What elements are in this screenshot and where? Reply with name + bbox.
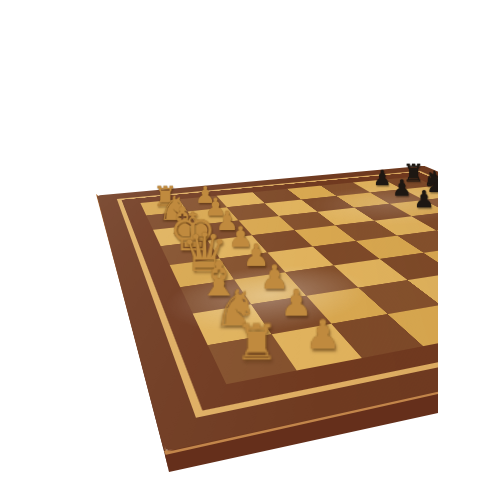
black-pawn-h7[interactable]: ♟ — [372, 169, 391, 188]
black-pawn-f7[interactable]: ♟ — [413, 189, 434, 211]
white-pawn-a2[interactable]: ♟ — [304, 317, 340, 354]
black-pawn-g7[interactable]: ♟ — [392, 178, 412, 198]
white-rook-a1[interactable]: ♜ — [234, 321, 278, 366]
product-photo: ♜♟♟♜♞♟♟♞♝♟♟♝♚♟♟♚♛♟♟♛♝♟♟♝♞♟♟♞♜♟♟♜ — [0, 0, 500, 500]
square-d4[interactable] — [313, 241, 380, 266]
board-scene: ♜♟♟♜♞♟♟♞♝♟♟♝♚♟♟♚♛♟♟♛♝♟♟♝♞♟♟♞♜♟♟♜ — [0, 0, 500, 500]
photo-right-crop — [438, 0, 500, 500]
